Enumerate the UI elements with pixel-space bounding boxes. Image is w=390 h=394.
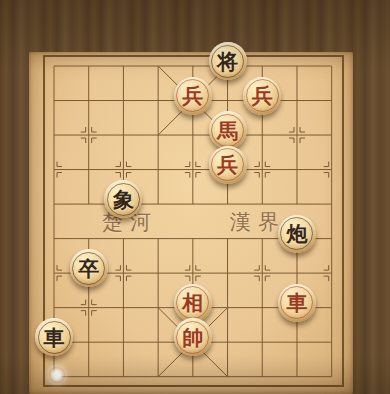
piece-character: 兵 [182,85,203,106]
piece-character: 兵 [252,85,273,106]
red-chariot[interactable]: 車 [278,284,316,322]
piece-character: 車 [286,292,307,313]
piece-character: 炮 [286,223,307,244]
piece-character: 相 [182,292,203,313]
red-soldier[interactable]: 兵 [209,146,247,184]
black-elephant[interactable]: 象 [104,180,142,218]
red-horse[interactable]: 馬 [209,111,247,149]
red-soldier[interactable]: 兵 [243,77,281,115]
piece-character: 将 [217,51,238,72]
game-screen: 楚河 漢界 将兵兵馬兵象炮卒相車車帥 [0,0,390,394]
piece-character: 兵 [217,154,238,175]
piece-character: 馬 [217,120,238,141]
piece-character: 卒 [78,258,99,279]
black-chariot[interactable]: 車 [35,318,73,356]
piece-character: 象 [113,189,134,210]
piece-character: 車 [44,327,65,348]
red-general[interactable]: 帥 [174,318,212,356]
red-soldier[interactable]: 兵 [174,77,212,115]
black-cannon[interactable]: 炮 [278,215,316,253]
red-elephant[interactable]: 相 [174,284,212,322]
piece-character: 帥 [182,327,203,348]
black-soldier[interactable]: 卒 [70,249,108,287]
black-general[interactable]: 将 [209,42,247,80]
